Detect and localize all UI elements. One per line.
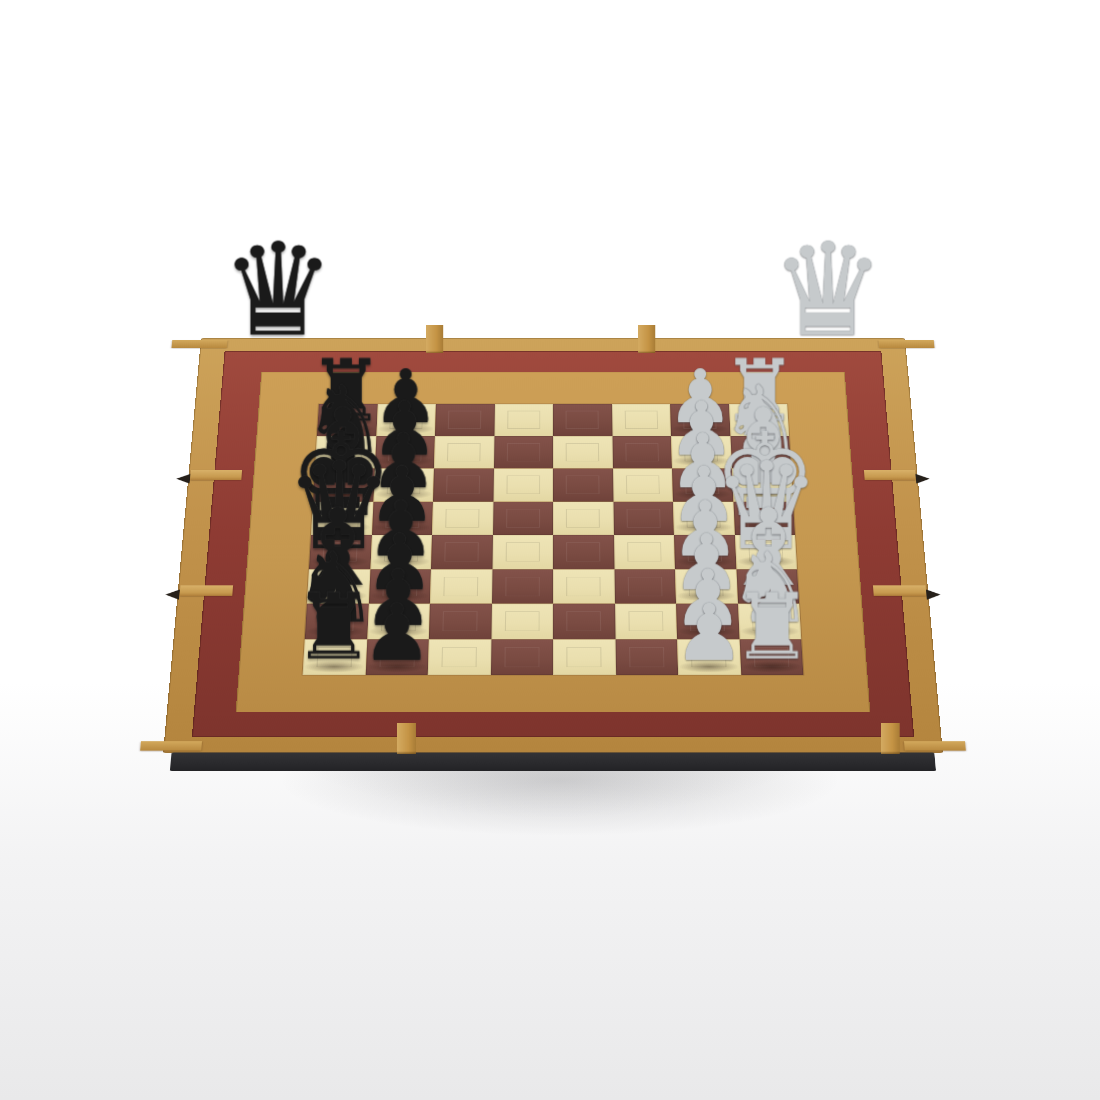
square-b6[interactable] — [429, 604, 492, 639]
frame-wedge-right-upper — [915, 474, 930, 484]
frame-cleat-right-upper — [864, 470, 916, 480]
frame-wedge-left-upper — [176, 474, 191, 484]
display-piece-black: ♛ — [221, 226, 336, 338]
frame-post-near-right — [881, 723, 900, 755]
square-c5[interactable] — [491, 569, 553, 604]
white-rook-a1[interactable]: ♜ — [731, 582, 813, 673]
black-pawn-a7[interactable]: ♟ — [361, 594, 431, 673]
square-h5[interactable] — [494, 404, 553, 436]
frame-cleat-left-lower — [179, 585, 233, 595]
frame-post-far-right — [638, 325, 655, 354]
square-a7[interactable]: ♟ — [365, 639, 429, 675]
square-a8[interactable]: ♜ — [303, 639, 367, 675]
square-d3[interactable] — [614, 535, 676, 569]
frame-inner-border: ♜♟♟♜♞♟♟♞♝♟♟♝♚♟♟♚♛♟♟♛♝♟♟♝♞♟♟♞♜♟♟♜ — [236, 372, 871, 713]
square-g5[interactable] — [493, 436, 553, 468]
frame-corner-tab-far-left — [172, 340, 228, 348]
square-b4[interactable] — [553, 604, 615, 639]
frame-corner-tab-far-right — [879, 340, 935, 348]
square-a1[interactable]: ♜ — [739, 639, 803, 675]
frame-cleat-left-upper — [190, 470, 242, 480]
board-black-base — [170, 752, 936, 771]
square-a4[interactable] — [553, 639, 616, 675]
product-render-stage: ♜♟♟♜♞♟♟♞♝♟♟♝♚♟♟♚♛♟♟♛♝♟♟♝♞♟♟♞♜♟♟♜ — [0, 0, 1100, 1100]
board-3d-scene: ♜♟♟♜♞♟♟♞♝♟♟♝♚♟♟♚♛♟♟♛♝♟♟♝♞♟♟♞♜♟♟♜ — [0, 0, 1100, 1100]
square-e5[interactable] — [493, 501, 554, 535]
square-h4[interactable] — [553, 404, 612, 436]
square-d6[interactable] — [431, 535, 493, 569]
frame-gold-rail: ♜♟♟♜♞♟♟♞♝♟♟♝♚♟♟♚♛♟♟♛♝♟♟♝♞♟♟♞♜♟♟♜ — [163, 338, 943, 753]
square-f5[interactable] — [493, 468, 553, 501]
square-a5[interactable] — [490, 639, 553, 675]
frame-post-far-left — [426, 325, 443, 354]
square-d4[interactable] — [553, 535, 614, 569]
square-c4[interactable] — [553, 569, 615, 604]
square-a6[interactable] — [428, 639, 491, 675]
frame-red-stripe: ♜♟♟♜♞♟♟♞♝♟♟♝♚♟♟♚♛♟♟♛♝♟♟♝♞♟♟♞♜♟♟♜ — [192, 351, 914, 737]
frame-post-near-left — [397, 723, 416, 755]
square-g6[interactable] — [434, 436, 494, 468]
square-e6[interactable] — [432, 501, 493, 535]
display-piece-white: ♛ — [770, 226, 885, 338]
square-b5[interactable] — [491, 604, 553, 639]
square-g3[interactable] — [612, 436, 672, 468]
square-h3[interactable] — [612, 404, 671, 436]
square-f6[interactable] — [433, 468, 493, 501]
chess-board: ♜♟♟♜♞♟♟♞♝♟♟♝♚♟♟♚♛♟♟♛♝♟♟♝♞♟♟♞♜♟♟♜ — [163, 338, 943, 753]
board-grid-8x8: ♜♟♟♜♞♟♟♞♝♟♟♝♚♟♟♚♛♟♟♛♝♟♟♝♞♟♟♞♜♟♟♜ — [303, 404, 804, 675]
frame-cleat-right-lower — [873, 585, 927, 595]
square-e3[interactable] — [613, 501, 674, 535]
square-c6[interactable] — [430, 569, 492, 604]
square-h6[interactable] — [435, 404, 494, 436]
square-f3[interactable] — [613, 468, 673, 501]
square-e4[interactable] — [553, 501, 614, 535]
square-c3[interactable] — [614, 569, 676, 604]
square-g4[interactable] — [553, 436, 613, 468]
square-b3[interactable] — [615, 604, 678, 639]
square-a3[interactable] — [615, 639, 678, 675]
square-f4[interactable] — [553, 468, 613, 501]
square-d5[interactable] — [492, 535, 553, 569]
